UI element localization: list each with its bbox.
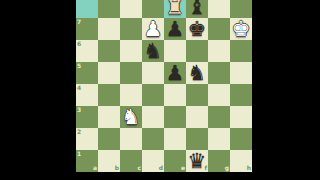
square-f8[interactable]: ♝ [186,0,208,18]
black-pawn-e7[interactable]: ♟ [164,18,186,40]
square-c4[interactable] [120,84,142,106]
square-h1[interactable]: h [230,150,252,172]
square-c1[interactable]: c [120,150,142,172]
square-g4[interactable] [208,84,230,106]
square-e7[interactable]: ♟ [164,18,186,40]
white-rook-e8[interactable]: ♜ [164,0,186,18]
square-h4[interactable] [230,84,252,106]
square-b4[interactable] [98,84,120,106]
file-label-g: g [225,165,229,171]
square-d2[interactable] [142,128,164,150]
file-label-c: c [137,165,141,171]
black-pawn-e5[interactable]: ♟ [164,62,186,84]
square-f6[interactable] [186,40,208,62]
square-a6[interactable]: 6 [76,40,98,62]
rank-label-7: 7 [77,19,81,25]
rank-label-3: 3 [77,107,81,113]
square-d1[interactable]: d [142,150,164,172]
rank-label-1: 1 [77,151,81,157]
square-h6[interactable] [230,40,252,62]
square-h2[interactable] [230,128,252,150]
square-e2[interactable] [164,128,186,150]
chess-board: ♜♝7♟♟♚♚6♞5♟♞43♞21abcdef♛gh [76,0,252,172]
square-a2[interactable]: 2 [76,128,98,150]
square-c2[interactable] [120,128,142,150]
square-c6[interactable] [120,40,142,62]
rank-label-2: 2 [77,129,81,135]
square-c8[interactable] [120,0,142,18]
rank-label-5: 5 [77,63,81,69]
square-h8[interactable] [230,0,252,18]
square-e1[interactable]: e [164,150,186,172]
square-d6[interactable]: ♞ [142,40,164,62]
file-label-h: h [247,165,251,171]
square-c5[interactable] [120,62,142,84]
square-h7[interactable]: ♚ [230,18,252,40]
app-screen: ♜♝7♟♟♚♚6♞5♟♞43♞21abcdef♛gh [0,0,320,180]
square-a5[interactable]: 5 [76,62,98,84]
square-f7[interactable]: ♚ [186,18,208,40]
square-c7[interactable] [120,18,142,40]
board-viewport: ♜♝7♟♟♚♚6♞5♟♞43♞21abcdef♛gh [76,0,252,172]
square-f1[interactable]: f♛ [186,150,208,172]
rank-label-4: 4 [77,85,81,91]
square-a8[interactable] [76,0,98,18]
rank-label-6: 6 [77,41,81,47]
square-f4[interactable] [186,84,208,106]
square-b2[interactable] [98,128,120,150]
square-d5[interactable] [142,62,164,84]
white-knight-c3[interactable]: ♞ [120,106,142,128]
square-b5[interactable] [98,62,120,84]
square-a1[interactable]: 1a [76,150,98,172]
square-c3[interactable]: ♞ [120,106,142,128]
black-bishop-f8[interactable]: ♝ [186,0,208,18]
square-d4[interactable] [142,84,164,106]
square-a7[interactable]: 7 [76,18,98,40]
black-king-f7[interactable]: ♚ [186,18,208,40]
black-queen-f1[interactable]: ♛ [186,150,208,172]
square-f3[interactable] [186,106,208,128]
square-b8[interactable] [98,0,120,18]
square-e5[interactable]: ♟ [164,62,186,84]
square-e3[interactable] [164,106,186,128]
black-knight-f5[interactable]: ♞ [186,62,208,84]
square-g5[interactable] [208,62,230,84]
file-label-e: e [181,165,185,171]
square-a3[interactable]: 3 [76,106,98,128]
square-g6[interactable] [208,40,230,62]
square-e4[interactable] [164,84,186,106]
file-label-b: b [115,165,119,171]
square-d8[interactable] [142,0,164,18]
file-label-d: d [159,165,163,171]
square-f2[interactable] [186,128,208,150]
square-d7[interactable]: ♟ [142,18,164,40]
square-e6[interactable] [164,40,186,62]
file-label-a: a [93,165,97,171]
square-b6[interactable] [98,40,120,62]
white-pawn-d7[interactable]: ♟ [142,18,164,40]
square-b3[interactable] [98,106,120,128]
square-g7[interactable] [208,18,230,40]
square-g3[interactable] [208,106,230,128]
square-h3[interactable] [230,106,252,128]
square-b7[interactable] [98,18,120,40]
square-e8[interactable]: ♜ [164,0,186,18]
black-knight-d6[interactable]: ♞ [142,40,164,62]
square-b1[interactable]: b [98,150,120,172]
square-d3[interactable] [142,106,164,128]
square-f5[interactable]: ♞ [186,62,208,84]
square-g1[interactable]: g [208,150,230,172]
square-a4[interactable]: 4 [76,84,98,106]
square-h5[interactable] [230,62,252,84]
square-g2[interactable] [208,128,230,150]
white-king-h7[interactable]: ♚ [230,18,252,40]
square-g8[interactable] [208,0,230,18]
